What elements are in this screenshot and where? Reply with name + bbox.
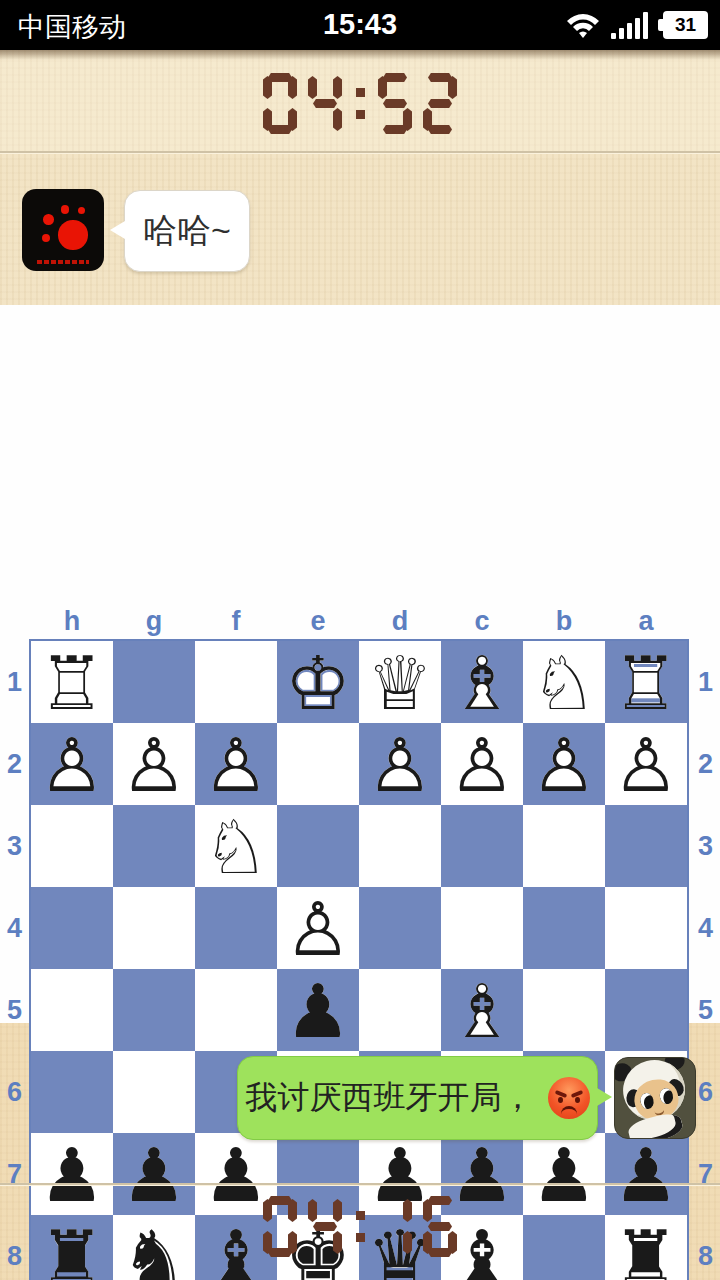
opponent-message: 哈哈~: [143, 208, 231, 254]
rank-label-5: 5: [0, 969, 29, 1051]
clock-colon: [353, 1196, 367, 1257]
square-g1[interactable]: [113, 641, 195, 723]
battery-icon: 31: [658, 11, 710, 39]
panda-illustration: [614, 1057, 696, 1139]
clock-colon: [353, 73, 367, 134]
battery-percent: 31: [663, 11, 708, 39]
paw-toe: [43, 214, 54, 225]
square-a4[interactable]: [605, 887, 687, 969]
clock-digit: [378, 1196, 412, 1257]
square-c1[interactable]: ♝♗: [441, 641, 523, 723]
square-h4[interactable]: [31, 887, 113, 969]
piece-white-pawn: ♙: [113, 723, 195, 805]
square-h2[interactable]: ♟♙: [31, 723, 113, 805]
piece-white-bishop: ♗: [441, 641, 523, 723]
square-f1[interactable]: [195, 641, 277, 723]
file-label-f: f: [195, 606, 277, 637]
piece-white-bishop: ♗: [441, 969, 523, 1051]
square-d5[interactable]: [359, 969, 441, 1051]
rank-label-1: 1: [691, 641, 720, 723]
square-e1[interactable]: ♚♔: [277, 641, 359, 723]
square-c4[interactable]: [441, 887, 523, 969]
clock-digit: [263, 73, 297, 134]
file-label-d: d: [359, 606, 441, 637]
square-f5[interactable]: [195, 969, 277, 1051]
wifi-icon: [565, 11, 601, 39]
square-b5[interactable]: [523, 969, 605, 1051]
divider-bottom: [0, 1183, 720, 1185]
piece-white-pawn: ♙: [359, 723, 441, 805]
square-g3[interactable]: [113, 805, 195, 887]
file-label-e: e: [277, 606, 359, 637]
clock-digit: [378, 73, 412, 134]
rank-label-4: 4: [0, 887, 29, 969]
angry-emoji-icon: [548, 1077, 590, 1119]
app-screen: 中国移动 15:43 31 哈哈~: [0, 0, 720, 1280]
file-label-g: g: [113, 606, 195, 637]
square-c5[interactable]: ♝♗: [441, 969, 523, 1051]
paw-toe: [61, 205, 69, 213]
signal-bars-icon: [611, 11, 648, 39]
opponent-avatar-paw-print: [22, 189, 104, 271]
square-a3[interactable]: [605, 805, 687, 887]
file-label-a: a: [605, 606, 687, 637]
file-label-c: c: [441, 606, 523, 637]
piece-white-pawn: ♙: [277, 887, 359, 969]
square-d1[interactable]: ♛♕: [359, 641, 441, 723]
square-b3[interactable]: [523, 805, 605, 887]
piece-white-pawn: ♙: [605, 723, 687, 805]
rank-label-6: 6: [0, 1051, 29, 1133]
square-c2[interactable]: ♟♙: [441, 723, 523, 805]
rank-label-1: 1: [0, 641, 29, 723]
file-label-h: h: [31, 606, 113, 637]
opponent-chat-bubble: 哈哈~: [124, 190, 250, 272]
piece-white-knight: ♘: [523, 641, 605, 723]
square-f4[interactable]: [195, 887, 277, 969]
player-avatar-panda: [614, 1057, 696, 1139]
square-a5[interactable]: [605, 969, 687, 1051]
status-icons: 31: [565, 8, 710, 42]
square-b4[interactable]: [523, 887, 605, 969]
square-c3[interactable]: [441, 805, 523, 887]
piece-white-rook: ♖: [31, 641, 113, 723]
player-chat-bubble: 我讨厌西班牙开局，: [237, 1056, 598, 1140]
piece-white-pawn: ♙: [31, 723, 113, 805]
statusbar-shadow: [0, 50, 720, 60]
piece-black-pawn: ♟: [277, 969, 359, 1051]
square-d4[interactable]: [359, 887, 441, 969]
paw-toe: [78, 207, 85, 214]
square-g4[interactable]: [113, 887, 195, 969]
rank-label-2: 2: [691, 723, 720, 805]
piece-white-pawn: ♙: [195, 723, 277, 805]
square-h1[interactable]: ♜♖: [31, 641, 113, 723]
square-h5[interactable]: [31, 969, 113, 1051]
square-e2[interactable]: [277, 723, 359, 805]
paw-pad: [58, 220, 88, 250]
square-f2[interactable]: ♟♙: [195, 723, 277, 805]
square-d2[interactable]: ♟♙: [359, 723, 441, 805]
square-h3[interactable]: [31, 805, 113, 887]
board-panel: hgfedcba 12345678 ♜♖♚♔♛♕♝♗♞♘♜♖♟♙♟♙♟♙♟♙♟♙…: [0, 305, 720, 1023]
rank-label-3: 3: [0, 805, 29, 887]
player-message: 我讨厌西班牙开局，: [246, 1076, 534, 1120]
piece-white-pawn: ♙: [441, 723, 523, 805]
piece-white-knight: ♘: [195, 805, 277, 887]
square-e3[interactable]: [277, 805, 359, 887]
opponent-clock: [0, 73, 720, 134]
clock-digit: [423, 73, 457, 134]
square-h6[interactable]: [31, 1051, 113, 1133]
rank-label-2: 2: [0, 723, 29, 805]
square-d3[interactable]: [359, 805, 441, 887]
piece-white-queen: ♕: [359, 641, 441, 723]
square-f3[interactable]: ♞♘: [195, 805, 277, 887]
clock-digit: [263, 1196, 297, 1257]
square-b2[interactable]: ♟♙: [523, 723, 605, 805]
rank-label-5: 5: [691, 969, 720, 1051]
paw-toe: [42, 234, 50, 242]
square-g6[interactable]: [113, 1051, 195, 1133]
file-labels-top: hgfedcba: [31, 606, 687, 637]
clock-digit: [423, 1196, 457, 1257]
square-b1[interactable]: ♞♘: [523, 641, 605, 723]
divider-top: [0, 151, 720, 153]
file-label-b: b: [523, 606, 605, 637]
square-e5[interactable]: ♙♟: [277, 969, 359, 1051]
clock-digit: [308, 73, 342, 134]
rank-label-4: 4: [691, 887, 720, 969]
square-g5[interactable]: [113, 969, 195, 1051]
clock-digit: [308, 1196, 342, 1257]
piece-white-pawn: ♙: [523, 723, 605, 805]
square-g2[interactable]: ♟♙: [113, 723, 195, 805]
player-clock: [0, 1196, 720, 1257]
square-a2[interactable]: ♟♙: [605, 723, 687, 805]
piece-white-king: ♔: [277, 641, 359, 723]
piece-white-rook: ♖: [605, 641, 687, 723]
status-bar: 中国移动 15:43 31: [0, 0, 720, 50]
avatar-watermark: [37, 260, 89, 264]
square-a1[interactable]: ♜♖: [605, 641, 687, 723]
rank-label-3: 3: [691, 805, 720, 887]
square-e4[interactable]: ♟♙: [277, 887, 359, 969]
